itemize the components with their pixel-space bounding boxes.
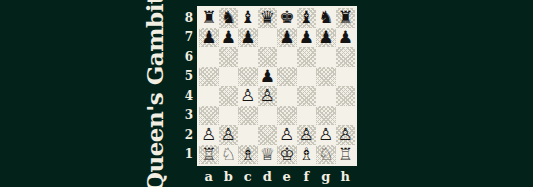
square-f1: ♗ xyxy=(297,145,317,165)
piece-black-pawn: ♟ xyxy=(318,28,333,48)
rank-label-7: 7 xyxy=(176,28,193,48)
file-label-f: f xyxy=(297,170,317,186)
piece-black-knight: ♞ xyxy=(318,8,333,28)
rank-label-3: 3 xyxy=(176,106,193,126)
rank-labels: 87654321 xyxy=(176,6,193,166)
piece-white-pawn: ♙ xyxy=(299,125,314,145)
square-g2: ♙ xyxy=(316,125,336,145)
square-a5 xyxy=(199,67,219,87)
piece-white-king: ♔ xyxy=(279,145,294,165)
file-label-d: d xyxy=(258,170,278,186)
square-c8: ♝ xyxy=(238,8,258,28)
square-h6 xyxy=(336,47,356,67)
file-label-c: c xyxy=(238,170,258,186)
square-d1: ♕ xyxy=(258,145,278,165)
square-a2: ♙ xyxy=(199,125,219,145)
square-b4 xyxy=(219,86,239,106)
piece-white-pawn: ♙ xyxy=(260,86,275,106)
square-b7: ♟ xyxy=(219,28,239,48)
square-f7: ♟ xyxy=(297,28,317,48)
square-d2 xyxy=(258,125,278,145)
rank-label-1: 1 xyxy=(176,145,193,165)
square-a3 xyxy=(199,106,219,126)
opening-title-wrap: Queen's Gambit xyxy=(134,0,174,187)
piece-black-pawn: ♟ xyxy=(201,28,216,48)
square-g8: ♞ xyxy=(316,8,336,28)
piece-black-pawn: ♟ xyxy=(338,28,353,48)
square-c5 xyxy=(238,67,258,87)
piece-white-knight: ♘ xyxy=(318,145,333,165)
square-b8: ♞ xyxy=(219,8,239,28)
piece-white-knight: ♘ xyxy=(221,145,236,165)
square-h5 xyxy=(336,67,356,87)
square-g1: ♘ xyxy=(316,145,336,165)
file-labels: abcdefgh xyxy=(199,170,357,186)
file-label-g: g xyxy=(316,170,336,186)
square-b1: ♘ xyxy=(219,145,239,165)
square-h1: ♖ xyxy=(336,145,356,165)
square-e7: ♟ xyxy=(277,28,297,48)
square-d5: ♟ xyxy=(258,67,278,87)
square-a4 xyxy=(199,86,219,106)
piece-black-king: ♚ xyxy=(279,8,294,28)
square-g6 xyxy=(316,47,336,67)
square-b2: ♙ xyxy=(219,125,239,145)
piece-white-bishop: ♗ xyxy=(240,145,255,165)
square-e2: ♙ xyxy=(277,125,297,145)
square-a7: ♟ xyxy=(199,28,219,48)
square-c1: ♗ xyxy=(238,145,258,165)
square-d4: ♙ xyxy=(258,86,278,106)
square-h3 xyxy=(336,106,356,126)
piece-white-pawn: ♙ xyxy=(201,125,216,145)
square-c7: ♟ xyxy=(238,28,258,48)
square-e4 xyxy=(277,86,297,106)
chess-board: ♜♞♝♛♚♝♞♜♟♟♟♟♟♟♟♟♙♙♙♙♙♙♙♙♖♘♗♕♔♗♘♖ xyxy=(197,6,357,166)
piece-black-pawn: ♟ xyxy=(240,28,255,48)
square-g3 xyxy=(316,106,336,126)
piece-black-knight: ♞ xyxy=(221,8,236,28)
square-h8: ♜ xyxy=(336,8,356,28)
rank-label-6: 6 xyxy=(176,47,193,67)
square-f2: ♙ xyxy=(297,125,317,145)
file-label-a: a xyxy=(199,170,219,186)
square-h7: ♟ xyxy=(336,28,356,48)
square-f6 xyxy=(297,47,317,67)
piece-black-bishop: ♝ xyxy=(299,8,314,28)
piece-white-pawn: ♙ xyxy=(338,125,353,145)
square-c2 xyxy=(238,125,258,145)
rank-label-5: 5 xyxy=(176,67,193,87)
rank-label-8: 8 xyxy=(176,8,193,28)
square-a8: ♜ xyxy=(199,8,219,28)
piece-black-bishop: ♝ xyxy=(240,8,255,28)
square-b6 xyxy=(219,47,239,67)
rank-label-2: 2 xyxy=(176,125,193,145)
square-c6 xyxy=(238,47,258,67)
square-c3 xyxy=(238,106,258,126)
board-area: 87654321 ♜♞♝♛♚♝♞♜♟♟♟♟♟♟♟♟♙♙♙♙♙♙♙♙♖♘♗♕♔♗♘… xyxy=(176,6,357,186)
piece-white-bishop: ♗ xyxy=(299,145,314,165)
piece-black-queen: ♛ xyxy=(260,8,275,28)
square-h2: ♙ xyxy=(336,125,356,145)
square-g5 xyxy=(316,67,336,87)
square-e6 xyxy=(277,47,297,67)
square-f5 xyxy=(297,67,317,87)
square-f8: ♝ xyxy=(297,8,317,28)
square-f4 xyxy=(297,86,317,106)
square-a6 xyxy=(199,47,219,67)
piece-white-pawn: ♙ xyxy=(318,125,333,145)
square-d7 xyxy=(258,28,278,48)
file-label-e: e xyxy=(277,170,297,186)
piece-black-pawn: ♟ xyxy=(299,28,314,48)
square-c4: ♙ xyxy=(238,86,258,106)
piece-black-pawn: ♟ xyxy=(260,67,275,87)
square-e8: ♚ xyxy=(277,8,297,28)
banner: Queen's Gambit 87654321 ♜♞♝♛♚♝♞♜♟♟♟♟♟♟♟♟… xyxy=(0,0,533,187)
piece-black-pawn: ♟ xyxy=(221,28,236,48)
piece-white-rook: ♖ xyxy=(338,145,353,165)
square-a1: ♖ xyxy=(199,145,219,165)
square-g4 xyxy=(316,86,336,106)
square-d3 xyxy=(258,106,278,126)
file-label-b: b xyxy=(219,170,239,186)
square-d8: ♛ xyxy=(258,8,278,28)
file-label-h: h xyxy=(336,170,356,186)
square-d6 xyxy=(258,47,278,67)
square-b5 xyxy=(219,67,239,87)
piece-black-rook: ♜ xyxy=(201,8,216,28)
piece-white-rook: ♖ xyxy=(201,145,216,165)
piece-black-pawn: ♟ xyxy=(279,28,294,48)
piece-white-pawn: ♙ xyxy=(279,125,294,145)
square-f3 xyxy=(297,106,317,126)
square-g7: ♟ xyxy=(316,28,336,48)
rank-label-4: 4 xyxy=(176,86,193,106)
square-b3 xyxy=(219,106,239,126)
square-h4 xyxy=(336,86,356,106)
opening-title: Queen's Gambit xyxy=(141,0,168,187)
piece-white-pawn: ♙ xyxy=(240,86,255,106)
square-e5 xyxy=(277,67,297,87)
piece-white-pawn: ♙ xyxy=(221,125,236,145)
piece-white-queen: ♕ xyxy=(260,145,275,165)
piece-black-rook: ♜ xyxy=(338,8,353,28)
square-e3 xyxy=(277,106,297,126)
square-e1: ♔ xyxy=(277,145,297,165)
